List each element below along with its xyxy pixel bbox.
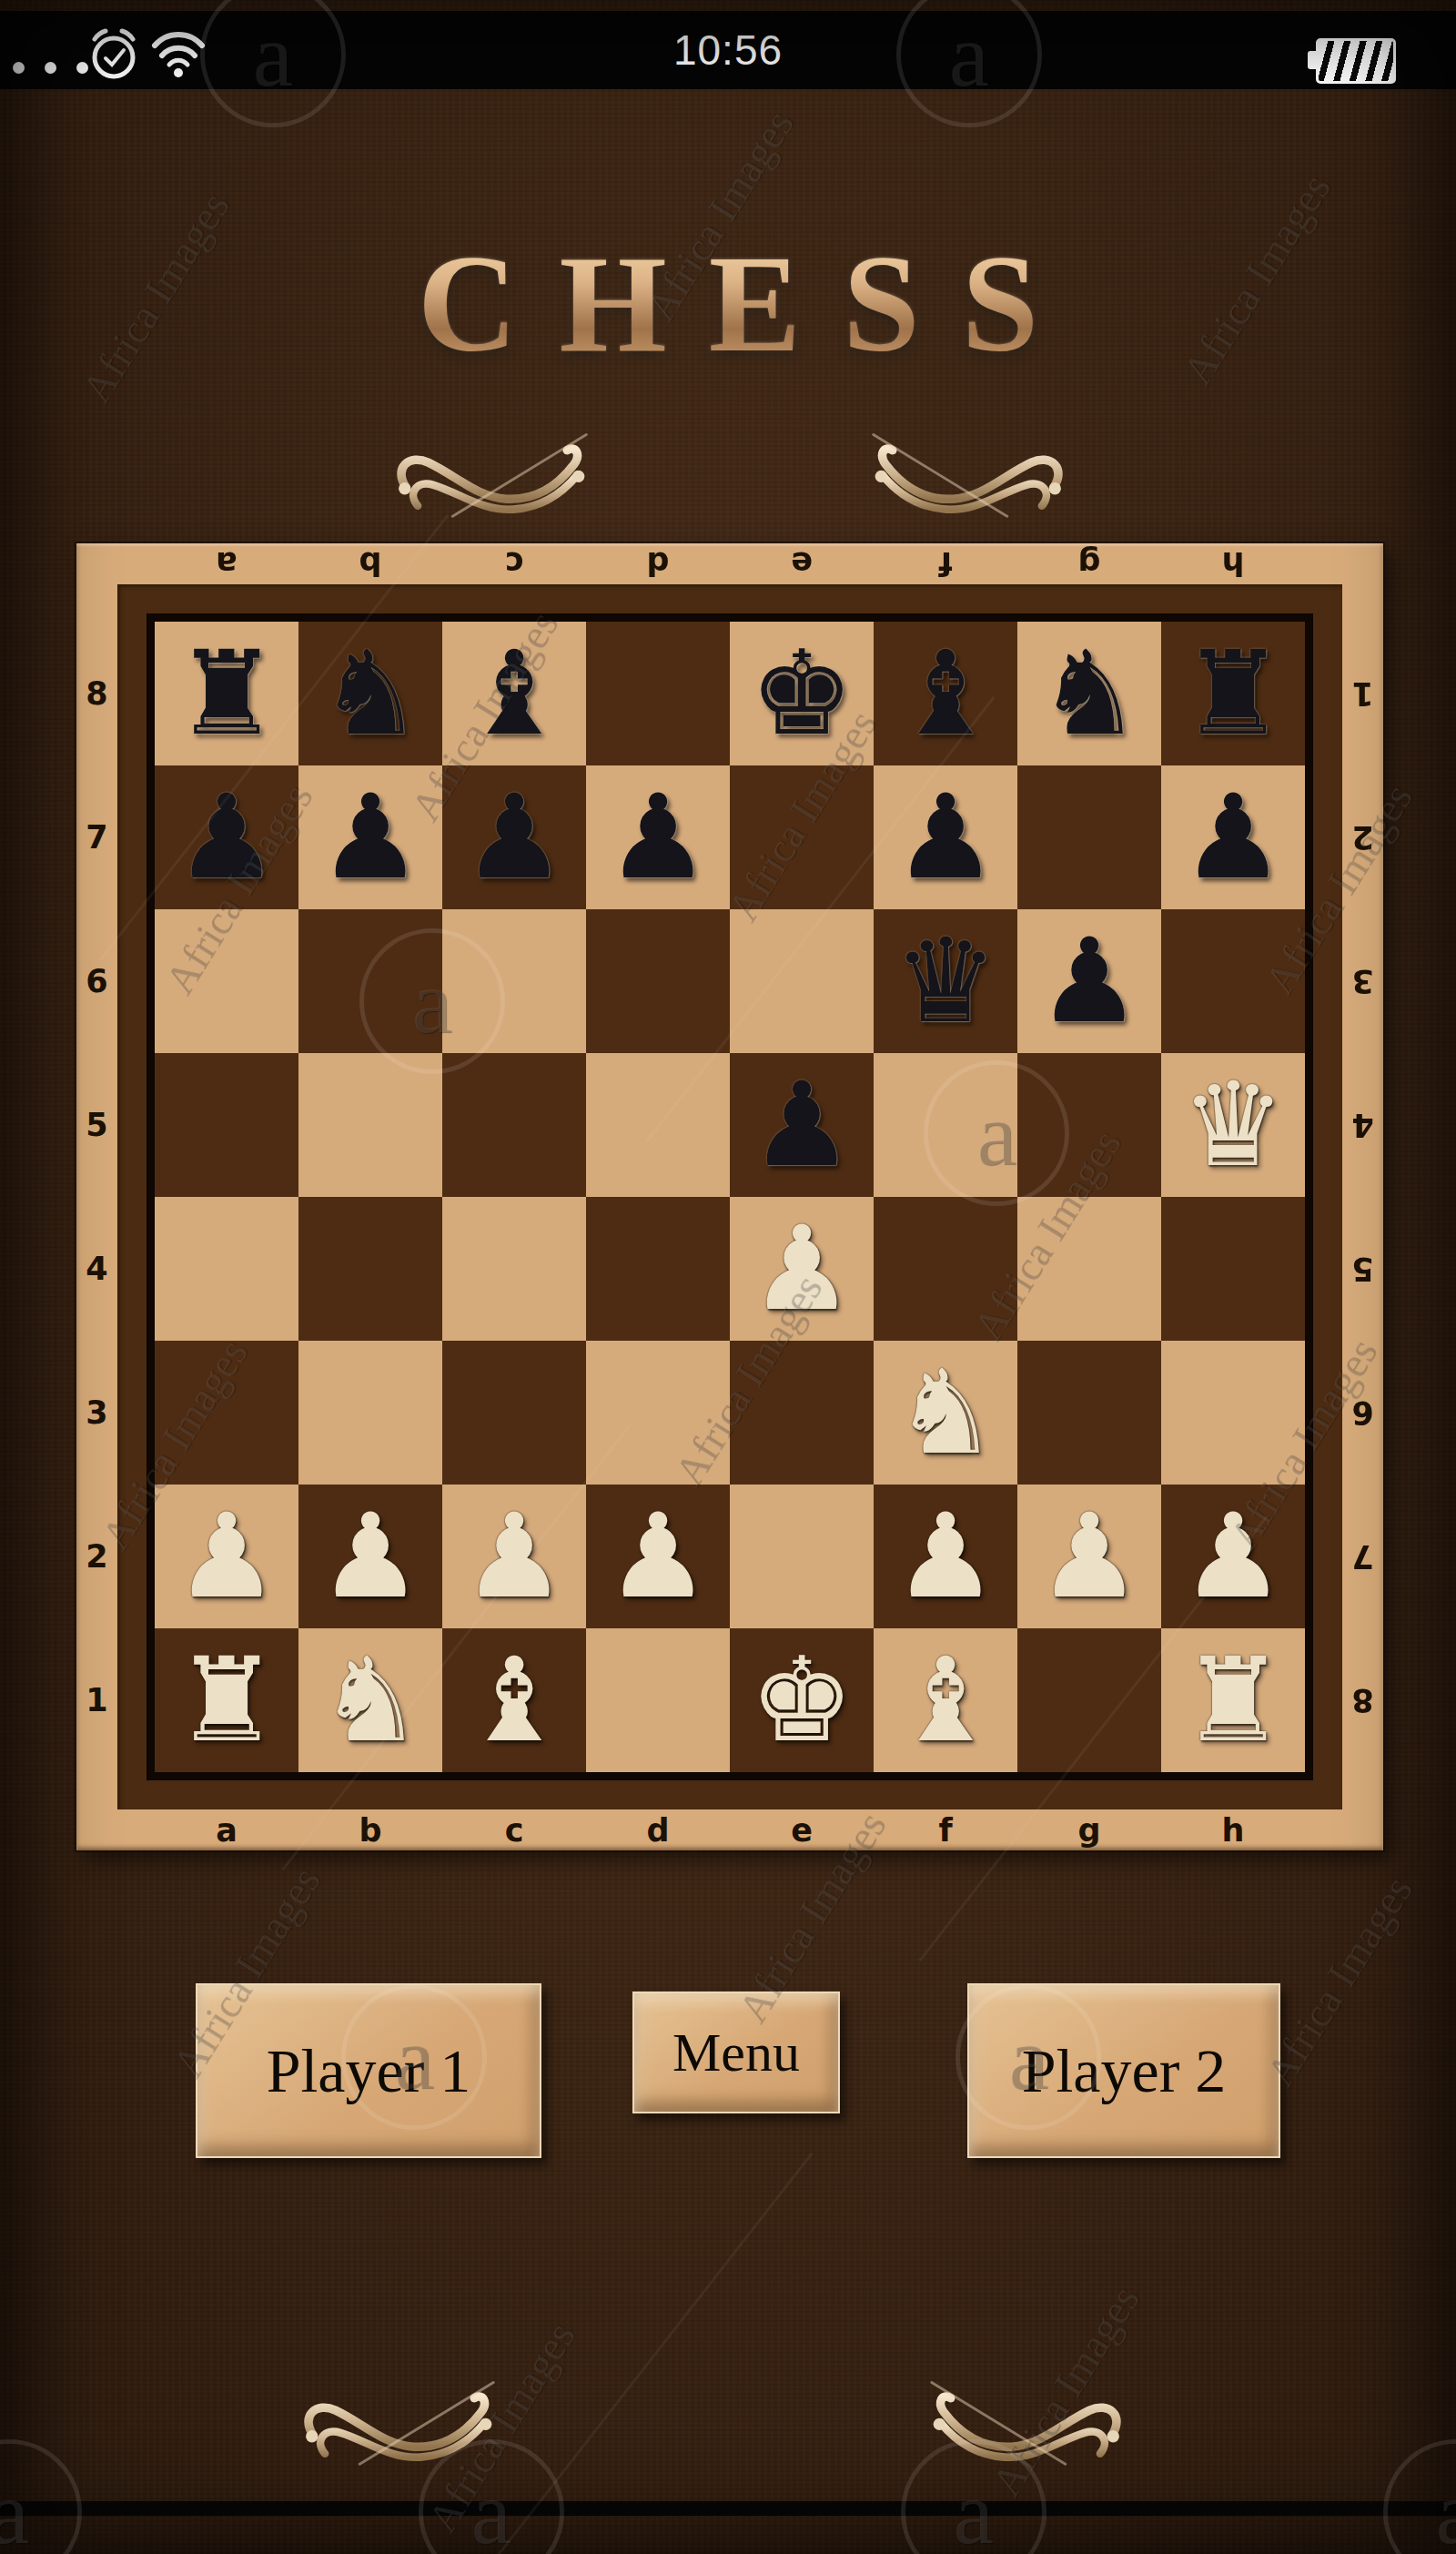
- piece-black-bishop-f8[interactable]: ♝: [894, 635, 998, 752]
- square-g2[interactable]: ♟: [1017, 1485, 1161, 1628]
- piece-white-pawn-e4[interactable]: ♟: [750, 1211, 854, 1327]
- file-label-bottom-g: g: [1017, 1809, 1161, 1850]
- square-g6[interactable]: ♟: [1017, 909, 1161, 1053]
- square-d2[interactable]: ♟: [586, 1485, 730, 1628]
- square-g7[interactable]: [1017, 765, 1161, 909]
- file-label-bottom-c: c: [442, 1809, 586, 1850]
- square-a2[interactable]: ♟: [155, 1485, 298, 1628]
- piece-white-king-e1[interactable]: ♚: [750, 1642, 854, 1758]
- file-labels-top: abcdefgh: [155, 543, 1305, 584]
- square-c6[interactable]: [442, 909, 586, 1053]
- player2-button[interactable]: Player 2: [967, 1983, 1280, 2158]
- square-d5[interactable]: [586, 1053, 730, 1197]
- piece-white-bishop-c1[interactable]: ♝: [462, 1642, 567, 1758]
- square-f3[interactable]: ♞: [874, 1341, 1017, 1485]
- piece-black-rook-h8[interactable]: ♜: [1181, 635, 1286, 752]
- square-b5[interactable]: [298, 1053, 442, 1197]
- square-d3[interactable]: [586, 1341, 730, 1485]
- rank-label-left-7: 7: [76, 765, 117, 909]
- piece-white-knight-f3[interactable]: ♞: [894, 1354, 998, 1471]
- square-a7[interactable]: ♟: [155, 765, 298, 909]
- square-d6[interactable]: [586, 909, 730, 1053]
- piece-black-pawn-h7[interactable]: ♟: [1181, 779, 1286, 896]
- square-f1[interactable]: ♝: [874, 1628, 1017, 1772]
- square-g5[interactable]: [1017, 1053, 1161, 1197]
- rank-label-left-6: 6: [76, 909, 117, 1053]
- player1-button[interactable]: Player 1: [196, 1983, 541, 2158]
- square-c8[interactable]: ♝: [442, 622, 586, 765]
- flourish-ornament-icon: [391, 426, 601, 522]
- piece-white-pawn-d2[interactable]: ♟: [606, 1498, 711, 1615]
- file-label-top-f: f: [874, 543, 1017, 584]
- piece-black-pawn-c7[interactable]: ♟: [462, 779, 567, 896]
- piece-black-queen-f6[interactable]: ♛: [894, 923, 998, 1039]
- piece-white-pawn-g2[interactable]: ♟: [1037, 1498, 1142, 1615]
- file-label-top-a: a: [155, 543, 298, 584]
- app-title: CHESS: [0, 235, 1456, 373]
- square-b1[interactable]: ♞: [298, 1628, 442, 1772]
- rank-label-left-5: 5: [76, 1053, 117, 1197]
- board-squares: ♜♞♝♚♝♞♜♟♟♟♟♟♟♛♟♟♛♟♞♟♟♟♟♟♟♟♜♞♝♚♝♜: [147, 613, 1313, 1780]
- square-g4[interactable]: [1017, 1197, 1161, 1341]
- square-h7[interactable]: ♟: [1161, 765, 1305, 909]
- rank-label-left-3: 3: [76, 1341, 117, 1485]
- chess-board: abcdefgh abcdefgh 87654321 12345678 ♜♞♝♚…: [76, 543, 1383, 1850]
- square-b4[interactable]: [298, 1197, 442, 1341]
- piece-white-pawn-c2[interactable]: ♟: [462, 1498, 567, 1615]
- file-label-bottom-d: d: [586, 1809, 730, 1850]
- piece-white-bishop-f1[interactable]: ♝: [894, 1642, 998, 1758]
- flourish-ornament-icon: [917, 2374, 1127, 2469]
- piece-white-pawn-f2[interactable]: ♟: [894, 1498, 998, 1615]
- square-a6[interactable]: [155, 909, 298, 1053]
- square-a1[interactable]: ♜: [155, 1628, 298, 1772]
- square-g3[interactable]: [1017, 1341, 1161, 1485]
- square-h4[interactable]: [1161, 1197, 1305, 1341]
- rank-labels-right: 12345678: [1342, 622, 1383, 1772]
- rank-label-right-8: 8: [1342, 1628, 1383, 1772]
- square-d8[interactable]: [586, 622, 730, 765]
- square-h5[interactable]: ♛: [1161, 1053, 1305, 1197]
- rank-label-right-5: 5: [1342, 1197, 1383, 1341]
- square-b8[interactable]: ♞: [298, 622, 442, 765]
- square-g8[interactable]: ♞: [1017, 622, 1161, 765]
- square-d7[interactable]: ♟: [586, 765, 730, 909]
- watermark-scratch-line: [463, 2153, 813, 2554]
- piece-black-knight-g8[interactable]: ♞: [1037, 635, 1142, 752]
- square-c5[interactable]: [442, 1053, 586, 1197]
- piece-white-rook-h1[interactable]: ♜: [1181, 1642, 1286, 1758]
- clock-time: 10:56: [0, 25, 1456, 75]
- square-c4[interactable]: [442, 1197, 586, 1341]
- square-e1[interactable]: ♚: [730, 1628, 874, 1772]
- square-c7[interactable]: ♟: [442, 765, 586, 909]
- phone-screen: 10:56 CHESS abcdefgh abcdefgh 87654321 1…: [0, 0, 1456, 2554]
- rank-label-right-3: 3: [1342, 909, 1383, 1053]
- square-b6[interactable]: [298, 909, 442, 1053]
- file-label-bottom-b: b: [298, 1809, 442, 1850]
- square-f7[interactable]: ♟: [874, 765, 1017, 909]
- rank-label-left-4: 4: [76, 1197, 117, 1341]
- square-a3[interactable]: [155, 1341, 298, 1485]
- square-g1[interactable]: [1017, 1628, 1161, 1772]
- file-label-bottom-h: h: [1161, 1809, 1305, 1850]
- rank-label-right-1: 1: [1342, 622, 1383, 765]
- file-label-top-e: e: [730, 543, 874, 584]
- square-e3[interactable]: [730, 1341, 874, 1485]
- square-e6[interactable]: [730, 909, 874, 1053]
- square-b3[interactable]: [298, 1341, 442, 1485]
- square-h1[interactable]: ♜: [1161, 1628, 1305, 1772]
- file-labels-bottom: abcdefgh: [155, 1809, 1305, 1850]
- piece-black-pawn-b7[interactable]: ♟: [318, 779, 423, 896]
- square-c3[interactable]: [442, 1341, 586, 1485]
- piece-black-pawn-a7[interactable]: ♟: [175, 779, 279, 896]
- square-a8[interactable]: ♜: [155, 622, 298, 765]
- rank-label-left-1: 1: [76, 1628, 117, 1772]
- square-a4[interactable]: [155, 1197, 298, 1341]
- rank-label-right-7: 7: [1342, 1485, 1383, 1628]
- bottom-bezel-bar: [0, 2501, 1456, 2516]
- square-f4[interactable]: [874, 1197, 1017, 1341]
- file-label-top-g: g: [1017, 543, 1161, 584]
- piece-black-king-e8[interactable]: ♚: [750, 635, 854, 752]
- file-label-top-b: b: [298, 543, 442, 584]
- square-d4[interactable]: [586, 1197, 730, 1341]
- piece-black-pawn-e5[interactable]: ♟: [750, 1067, 854, 1183]
- square-b7[interactable]: ♟: [298, 765, 442, 909]
- piece-white-rook-a1[interactable]: ♜: [175, 1642, 279, 1758]
- rank-labels-left: 87654321: [76, 622, 117, 1772]
- battery-icon: [1316, 38, 1396, 84]
- piece-black-pawn-g6[interactable]: ♟: [1037, 923, 1142, 1039]
- watermark-logo: a: [1383, 2439, 1456, 2554]
- piece-white-pawn-b2[interactable]: ♟: [318, 1498, 423, 1615]
- file-label-bottom-f: f: [874, 1809, 1017, 1850]
- square-h6[interactable]: [1161, 909, 1305, 1053]
- piece-black-rook-a8[interactable]: ♜: [175, 635, 279, 752]
- square-h8[interactable]: ♜: [1161, 622, 1305, 765]
- square-f8[interactable]: ♝: [874, 622, 1017, 765]
- piece-black-pawn-d7[interactable]: ♟: [606, 779, 711, 896]
- watermark-logo: a: [0, 2439, 82, 2554]
- square-e7[interactable]: [730, 765, 874, 909]
- file-label-top-d: d: [586, 543, 730, 584]
- file-label-bottom-a: a: [155, 1809, 298, 1850]
- square-e8[interactable]: ♚: [730, 622, 874, 765]
- square-f6[interactable]: ♛: [874, 909, 1017, 1053]
- piece-white-pawn-a2[interactable]: ♟: [175, 1498, 279, 1615]
- rank-label-right-4: 4: [1342, 1053, 1383, 1197]
- square-e2[interactable]: [730, 1485, 874, 1628]
- flourish-ornament-icon: [298, 2374, 508, 2469]
- rank-label-right-6: 6: [1342, 1341, 1383, 1485]
- square-d1[interactable]: [586, 1628, 730, 1772]
- file-label-bottom-e: e: [730, 1809, 874, 1850]
- square-f2[interactable]: ♟: [874, 1485, 1017, 1628]
- piece-white-queen-h5[interactable]: ♛: [1181, 1067, 1286, 1183]
- piece-black-bishop-c8[interactable]: ♝: [462, 635, 567, 752]
- rank-label-right-2: 2: [1342, 765, 1383, 909]
- square-c2[interactable]: ♟: [442, 1485, 586, 1628]
- file-label-top-c: c: [442, 543, 586, 584]
- square-c1[interactable]: ♝: [442, 1628, 586, 1772]
- piece-white-knight-b1[interactable]: ♞: [318, 1642, 423, 1758]
- square-f5[interactable]: [874, 1053, 1017, 1197]
- rank-label-left-8: 8: [76, 622, 117, 765]
- square-h3[interactable]: [1161, 1341, 1305, 1485]
- piece-black-knight-b8[interactable]: ♞: [318, 635, 423, 752]
- square-e5[interactable]: ♟: [730, 1053, 874, 1197]
- square-b2[interactable]: ♟: [298, 1485, 442, 1628]
- flourish-ornament-icon: [859, 426, 1068, 522]
- square-e4[interactable]: ♟: [730, 1197, 874, 1341]
- piece-black-pawn-f7[interactable]: ♟: [894, 779, 998, 896]
- square-h2[interactable]: ♟: [1161, 1485, 1305, 1628]
- rank-label-left-2: 2: [76, 1485, 117, 1628]
- square-a5[interactable]: [155, 1053, 298, 1197]
- file-label-top-h: h: [1161, 543, 1305, 584]
- piece-white-pawn-h2[interactable]: ♟: [1181, 1498, 1286, 1615]
- status-bar: 10:56: [0, 11, 1456, 89]
- menu-button[interactable]: Menu: [632, 1992, 840, 2113]
